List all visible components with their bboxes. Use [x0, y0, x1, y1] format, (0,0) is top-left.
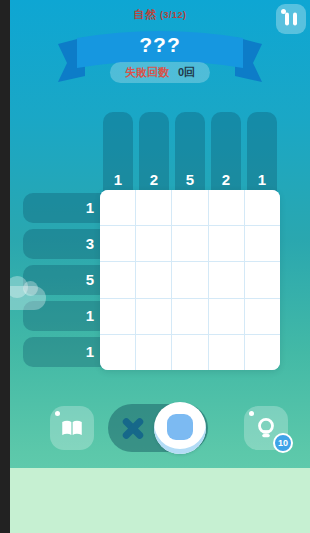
- row-clue-number: 1: [86, 193, 94, 223]
- grid-cell[interactable]: [245, 190, 280, 225]
- grid-cell[interactable]: [100, 262, 135, 297]
- category-progress: (3/12): [160, 10, 187, 20]
- col-clue-number: 1: [114, 171, 122, 188]
- col-clue-number: 5: [186, 171, 194, 188]
- grid-cell[interactable]: [100, 335, 135, 370]
- mode-toggle-knob[interactable]: [154, 402, 206, 454]
- grid-cell[interactable]: [209, 299, 244, 334]
- fill-mode-icon: [167, 414, 193, 440]
- grid-cell[interactable]: [136, 262, 171, 297]
- puzzle-grid: [100, 190, 280, 370]
- grid-cell[interactable]: [136, 299, 171, 334]
- row-clues: 13511: [23, 190, 103, 370]
- rules-book-button[interactable]: [50, 406, 94, 450]
- category-label: 自然 (3/12): [10, 7, 310, 22]
- grid-cell[interactable]: [209, 262, 244, 297]
- col-clue-number: 1: [258, 171, 266, 188]
- col-clues: 12521: [100, 112, 280, 194]
- col-clue-bar: 2: [211, 112, 241, 194]
- grid-cell[interactable]: [172, 299, 207, 334]
- grid-cell[interactable]: [136, 226, 171, 261]
- grid-cell[interactable]: [245, 299, 280, 334]
- col-clue-bar: 1: [247, 112, 277, 194]
- grid-cell[interactable]: [245, 335, 280, 370]
- cloud-decoration: [10, 286, 46, 310]
- grid-cell[interactable]: [245, 262, 280, 297]
- row-clue-number: 1: [86, 337, 94, 367]
- col-clue-number: 2: [150, 171, 158, 188]
- cross-mode-icon[interactable]: [120, 415, 146, 441]
- row-clue-number: 3: [86, 229, 94, 259]
- fail-counter-label: 失敗回数: [125, 65, 169, 80]
- game-screen: 自然 (3/12) ??? 失敗回数 0回 12521 13511: [10, 0, 310, 533]
- pause-icon: [285, 13, 297, 26]
- hint-button[interactable]: 10: [244, 406, 288, 450]
- grid-cell[interactable]: [100, 190, 135, 225]
- col-clue-number: 2: [222, 171, 230, 188]
- row-clue-bar: 3: [23, 229, 103, 259]
- fail-counter: 失敗回数 0回: [110, 62, 210, 83]
- col-clue-bar: 1: [103, 112, 133, 194]
- grid-cell[interactable]: [172, 262, 207, 297]
- puzzle-title: ???: [55, 33, 265, 57]
- grid-cell[interactable]: [136, 190, 171, 225]
- category-name: 自然: [133, 8, 156, 20]
- col-clue-bar: 5: [175, 112, 205, 194]
- grid-cell[interactable]: [136, 335, 171, 370]
- grid-cell[interactable]: [172, 190, 207, 225]
- bottom-strip: [10, 468, 310, 533]
- col-clue-bar: 2: [139, 112, 169, 194]
- mark-mode-toggle[interactable]: [108, 404, 208, 452]
- row-clue-bar: 1: [23, 193, 103, 223]
- grid-cell[interactable]: [245, 226, 280, 261]
- row-clue-bar: 1: [23, 337, 103, 367]
- grid-cell[interactable]: [209, 190, 244, 225]
- grid-cell[interactable]: [100, 299, 135, 334]
- hint-count-badge: 10: [273, 433, 293, 453]
- grid-cell[interactable]: [100, 226, 135, 261]
- row-clue-number: 5: [86, 265, 94, 295]
- pause-button[interactable]: [276, 4, 306, 34]
- grid-cell[interactable]: [209, 226, 244, 261]
- grid-cell[interactable]: [172, 335, 207, 370]
- book-icon: [59, 415, 85, 441]
- fail-counter-value: 0回: [178, 65, 195, 80]
- grid-cell[interactable]: [209, 335, 244, 370]
- row-clue-number: 1: [86, 301, 94, 331]
- grid-cell[interactable]: [172, 226, 207, 261]
